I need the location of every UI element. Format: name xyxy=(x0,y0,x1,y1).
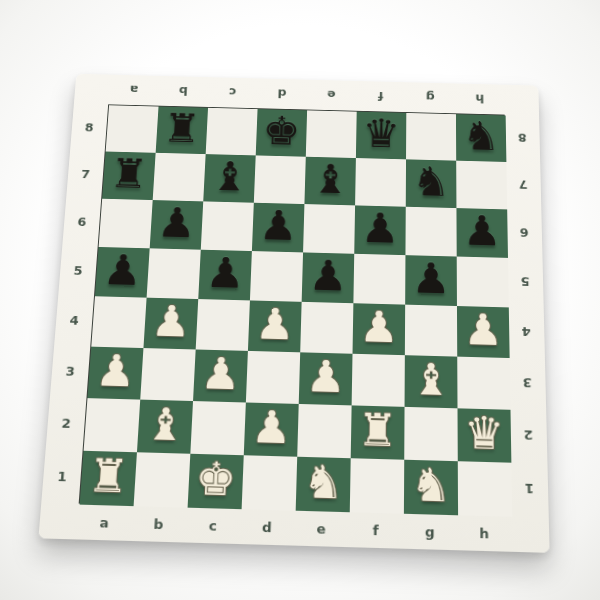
board-perspective-wrapper: abcdefgh 87654321 ♜♚♛♞♜♝♝♞♟♟♟♟♟♟♟♟♟♟♟♟♟♟… xyxy=(38,74,549,553)
square-f4[interactable]: ♟ xyxy=(353,303,406,355)
file-label-f: f xyxy=(356,81,406,112)
square-f2[interactable]: ♜ xyxy=(351,405,405,459)
piece-black-bishop-e7[interactable]: ♝ xyxy=(311,155,350,203)
square-g2[interactable] xyxy=(404,407,458,461)
square-b5[interactable] xyxy=(147,248,201,299)
square-e7[interactable]: ♝ xyxy=(304,157,355,206)
piece-white-pawn-c3[interactable]: ♟ xyxy=(199,348,241,401)
square-a6[interactable] xyxy=(99,199,153,249)
square-c6[interactable] xyxy=(201,201,254,251)
square-f5[interactable] xyxy=(353,254,405,305)
piece-black-queen-f8[interactable]: ♛ xyxy=(362,110,400,157)
rank-label-5: 5 xyxy=(507,257,544,307)
square-d4[interactable]: ♟ xyxy=(248,300,302,352)
piece-white-rook-f2[interactable]: ♜ xyxy=(357,404,398,458)
piece-white-queen-h2[interactable]: ♛ xyxy=(464,406,505,460)
piece-white-pawn-b4[interactable]: ♟ xyxy=(150,296,192,347)
file-label-c: c xyxy=(185,507,241,544)
rank-label-2: 2 xyxy=(46,396,87,450)
rank-label-2: 2 xyxy=(509,409,547,463)
rank-label-1: 1 xyxy=(510,462,548,517)
piece-black-pawn-f6[interactable]: ♟ xyxy=(360,204,399,253)
piece-white-pawn-f4[interactable]: ♟ xyxy=(359,301,399,353)
rank-label-6: 6 xyxy=(506,208,542,257)
square-b3[interactable] xyxy=(140,348,195,401)
piece-white-bishop-b2[interactable]: ♝ xyxy=(144,398,187,452)
square-g5[interactable]: ♟ xyxy=(405,255,457,306)
square-g1[interactable]: ♞ xyxy=(404,460,458,516)
square-e2[interactable] xyxy=(297,404,351,458)
piece-black-pawn-d6[interactable]: ♟ xyxy=(258,201,298,250)
square-e1[interactable]: ♞ xyxy=(296,457,351,513)
rank-label-7: 7 xyxy=(66,150,104,198)
file-label-a: a xyxy=(108,75,159,106)
rank-label-4: 4 xyxy=(508,306,545,358)
square-d7[interactable] xyxy=(254,155,306,204)
square-a1[interactable]: ♜ xyxy=(80,451,137,506)
piece-black-pawn-c5[interactable]: ♟ xyxy=(205,248,246,298)
square-c1[interactable]: ♚ xyxy=(188,454,244,509)
square-e3[interactable]: ♟ xyxy=(299,352,353,405)
square-h4[interactable]: ♟ xyxy=(457,306,510,358)
square-d1[interactable] xyxy=(242,455,298,510)
square-h2[interactable]: ♛ xyxy=(458,408,512,462)
square-c4[interactable] xyxy=(196,299,250,351)
file-label-b: b xyxy=(130,505,186,542)
square-f3[interactable] xyxy=(352,354,405,407)
photo-background: abcdefgh 87654321 ♜♚♛♞♜♝♝♞♟♟♟♟♟♟♟♟♟♟♟♟♟♟… xyxy=(0,0,600,600)
piece-white-knight-e1[interactable]: ♞ xyxy=(302,455,344,510)
square-g3[interactable]: ♝ xyxy=(405,355,458,408)
square-a7[interactable]: ♜ xyxy=(102,152,155,201)
square-f7[interactable] xyxy=(355,158,406,207)
file-label-c: c xyxy=(207,77,258,108)
piece-black-knight-h8[interactable]: ♞ xyxy=(462,113,500,160)
square-d6[interactable]: ♟ xyxy=(252,203,305,253)
file-label-f: f xyxy=(348,511,403,549)
file-label-h: h xyxy=(455,83,505,114)
square-h5[interactable] xyxy=(457,257,509,308)
square-d5[interactable] xyxy=(250,251,303,302)
square-f8[interactable]: ♛ xyxy=(356,112,406,160)
square-b6[interactable]: ♟ xyxy=(150,200,204,250)
square-b1[interactable] xyxy=(134,452,191,507)
file-label-b: b xyxy=(158,76,209,107)
square-c7[interactable]: ♝ xyxy=(203,154,255,203)
piece-white-king-c1[interactable]: ♚ xyxy=(194,452,237,507)
piece-white-bishop-g3[interactable]: ♝ xyxy=(411,353,451,406)
piece-white-pawn-d4[interactable]: ♟ xyxy=(254,299,295,351)
file-label-g: g xyxy=(403,513,458,551)
square-b2[interactable]: ♝ xyxy=(137,400,193,454)
vinyl-chess-mat: abcdefgh 87654321 ♜♚♛♞♜♝♝♞♟♟♟♟♟♟♟♟♟♟♟♟♟♟… xyxy=(38,74,549,553)
rank-label-4: 4 xyxy=(54,294,94,345)
square-g4[interactable] xyxy=(405,305,457,357)
rank-label-8: 8 xyxy=(70,103,108,150)
rank-labels-right: 87654321 xyxy=(505,115,549,517)
piece-black-pawn-g5[interactable]: ♟ xyxy=(411,253,450,303)
file-label-d: d xyxy=(257,78,307,109)
square-d3[interactable] xyxy=(246,351,300,404)
square-c5[interactable]: ♟ xyxy=(198,250,252,301)
square-h8[interactable]: ♞ xyxy=(456,114,506,162)
piece-black-rook-a7[interactable]: ♜ xyxy=(108,150,149,198)
piece-white-knight-g1[interactable]: ♞ xyxy=(410,458,451,513)
square-h7[interactable] xyxy=(456,161,507,210)
square-g8[interactable] xyxy=(406,113,456,161)
file-label-d: d xyxy=(239,508,294,545)
piece-white-pawn-d2[interactable]: ♟ xyxy=(250,401,292,455)
square-h1[interactable] xyxy=(458,461,512,517)
piece-black-rook-b8[interactable]: ♜ xyxy=(162,105,202,152)
square-e5[interactable]: ♟ xyxy=(302,252,355,303)
rank-label-6: 6 xyxy=(62,197,101,246)
piece-black-king-d8[interactable]: ♚ xyxy=(262,107,301,154)
square-b8[interactable]: ♜ xyxy=(156,107,208,155)
square-h3[interactable] xyxy=(457,357,510,410)
square-c3[interactable]: ♟ xyxy=(193,349,248,402)
piece-black-pawn-h6[interactable]: ♟ xyxy=(463,206,502,255)
piece-black-knight-g7[interactable]: ♞ xyxy=(412,158,450,206)
rank-label-1: 1 xyxy=(41,449,82,504)
square-d8[interactable]: ♚ xyxy=(256,109,307,157)
square-b7[interactable] xyxy=(153,153,206,202)
piece-white-pawn-e3[interactable]: ♟ xyxy=(305,351,346,404)
square-h6[interactable]: ♟ xyxy=(456,208,508,258)
piece-white-pawn-h4[interactable]: ♟ xyxy=(463,304,503,356)
square-e6[interactable] xyxy=(303,204,355,254)
square-g7[interactable]: ♞ xyxy=(406,159,457,208)
square-c8[interactable] xyxy=(206,108,258,156)
square-a3[interactable]: ♟ xyxy=(87,347,143,400)
piece-white-rook-a1[interactable]: ♜ xyxy=(86,449,130,504)
square-f6[interactable]: ♟ xyxy=(354,205,406,255)
file-label-a: a xyxy=(76,504,133,541)
file-label-h: h xyxy=(457,514,512,552)
square-a8[interactable] xyxy=(106,105,159,153)
file-label-e: e xyxy=(294,510,349,547)
piece-black-pawn-a5[interactable]: ♟ xyxy=(101,245,143,295)
rank-label-3: 3 xyxy=(50,345,90,397)
rank-label-8: 8 xyxy=(505,115,541,162)
rank-label-7: 7 xyxy=(505,161,541,209)
piece-white-pawn-a3[interactable]: ♟ xyxy=(94,345,137,398)
square-a4[interactable] xyxy=(91,296,146,348)
square-e4[interactable] xyxy=(300,302,353,354)
square-e8[interactable] xyxy=(306,110,357,158)
square-a5[interactable]: ♟ xyxy=(95,247,150,298)
piece-black-bishop-c7[interactable]: ♝ xyxy=(209,152,249,200)
piece-black-pawn-b6[interactable]: ♟ xyxy=(156,198,197,247)
chess-board: ♜♚♛♞♜♝♝♞♟♟♟♟♟♟♟♟♟♟♟♟♟♟♟♝♝♟♜♛♜♚♞♞ xyxy=(79,104,512,515)
rank-label-5: 5 xyxy=(58,245,97,295)
square-d2[interactable]: ♟ xyxy=(244,402,299,456)
file-label-e: e xyxy=(306,80,356,111)
square-f1[interactable] xyxy=(350,458,404,514)
square-c2[interactable] xyxy=(190,401,246,455)
square-g6[interactable] xyxy=(405,207,456,257)
file-label-g: g xyxy=(405,82,455,113)
square-a2[interactable] xyxy=(84,398,141,452)
square-b4[interactable]: ♟ xyxy=(143,298,198,350)
piece-black-pawn-e5[interactable]: ♟ xyxy=(308,251,348,301)
rank-label-3: 3 xyxy=(509,357,547,410)
